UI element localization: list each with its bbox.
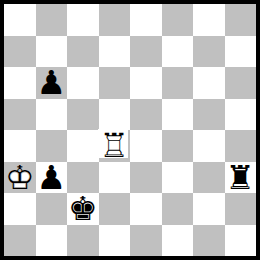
square-a8[interactable] [4, 4, 36, 36]
square-d6[interactable] [99, 67, 131, 99]
square-f3[interactable] [162, 162, 194, 194]
square-g2[interactable] [193, 193, 225, 225]
square-f8[interactable] [162, 4, 194, 36]
square-a1[interactable] [4, 225, 36, 257]
chess-board: ♟♜♖♚♔♟♜♚ [0, 0, 260, 260]
piece-glyph: ♟ [36, 162, 68, 194]
square-e3[interactable] [130, 162, 162, 194]
square-h4[interactable] [225, 130, 257, 162]
square-c8[interactable] [67, 4, 99, 36]
square-d3[interactable] [99, 162, 131, 194]
square-f5[interactable] [162, 99, 194, 131]
square-b1[interactable] [36, 225, 68, 257]
square-c6[interactable] [67, 67, 99, 99]
square-a6[interactable] [4, 67, 36, 99]
black-rook[interactable]: ♜ [225, 162, 257, 194]
square-g6[interactable] [193, 67, 225, 99]
square-f2[interactable] [162, 193, 194, 225]
square-h1[interactable] [225, 225, 257, 257]
square-f4[interactable] [162, 130, 194, 162]
black-king[interactable]: ♚ [67, 193, 99, 225]
square-f6[interactable] [162, 67, 194, 99]
square-c5[interactable] [67, 99, 99, 131]
piece-outline-glyph: ♔ [4, 162, 36, 194]
square-f1[interactable] [162, 225, 194, 257]
square-b6[interactable]: ♟ [36, 67, 68, 99]
square-e7[interactable] [130, 36, 162, 68]
square-a2[interactable] [4, 193, 36, 225]
square-a4[interactable] [4, 130, 36, 162]
square-b4[interactable] [36, 130, 68, 162]
square-b8[interactable] [36, 4, 68, 36]
white-king[interactable]: ♚♔ [4, 162, 36, 194]
square-b2[interactable] [36, 193, 68, 225]
square-g3[interactable] [193, 162, 225, 194]
square-b3[interactable]: ♟ [36, 162, 68, 194]
piece-outline-glyph: ♖ [99, 130, 131, 162]
square-h7[interactable] [225, 36, 257, 68]
square-c7[interactable] [67, 36, 99, 68]
square-e5[interactable] [130, 99, 162, 131]
square-d7[interactable] [99, 36, 131, 68]
square-d4[interactable]: ♜♖ [99, 130, 131, 162]
piece-glyph: ♟ [36, 67, 68, 99]
black-pawn[interactable]: ♟ [36, 162, 68, 194]
square-d8[interactable] [99, 4, 131, 36]
square-a3[interactable]: ♚♔ [4, 162, 36, 194]
square-e1[interactable] [130, 225, 162, 257]
square-g7[interactable] [193, 36, 225, 68]
square-c4[interactable] [67, 130, 99, 162]
square-e6[interactable] [130, 67, 162, 99]
white-rook[interactable]: ♜♖ [99, 130, 131, 162]
square-d1[interactable] [99, 225, 131, 257]
square-h5[interactable] [225, 99, 257, 131]
square-c1[interactable] [67, 225, 99, 257]
square-h8[interactable] [225, 4, 257, 36]
square-g5[interactable] [193, 99, 225, 131]
square-d2[interactable] [99, 193, 131, 225]
square-g1[interactable] [193, 225, 225, 257]
black-pawn[interactable]: ♟ [36, 67, 68, 99]
square-g4[interactable] [193, 130, 225, 162]
piece-glyph: ♜ [225, 162, 257, 194]
piece-glyph: ♚ [67, 193, 99, 225]
square-a7[interactable] [4, 36, 36, 68]
square-h2[interactable] [225, 193, 257, 225]
square-a5[interactable] [4, 99, 36, 131]
square-b5[interactable] [36, 99, 68, 131]
square-c2[interactable]: ♚ [67, 193, 99, 225]
square-e4[interactable] [130, 130, 162, 162]
square-e2[interactable] [130, 193, 162, 225]
square-h3[interactable]: ♜ [225, 162, 257, 194]
square-h6[interactable] [225, 67, 257, 99]
square-f7[interactable] [162, 36, 194, 68]
square-g8[interactable] [193, 4, 225, 36]
square-e8[interactable] [130, 4, 162, 36]
